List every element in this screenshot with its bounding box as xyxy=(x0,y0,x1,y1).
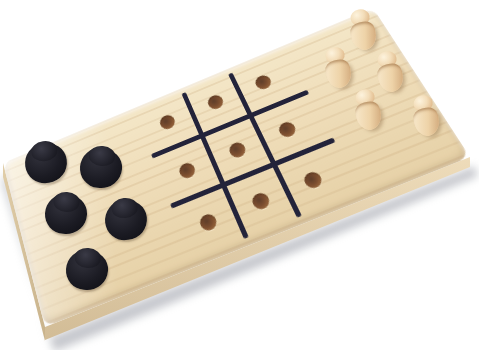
peg-hole xyxy=(198,212,219,233)
peg-hole xyxy=(253,74,273,92)
product-photo-stage xyxy=(0,0,479,350)
peg-hole xyxy=(277,120,298,139)
peg-hole xyxy=(227,140,248,159)
peg-hole xyxy=(302,170,325,191)
peg-body xyxy=(349,20,379,52)
peg-hole xyxy=(158,113,177,131)
peg-hole xyxy=(206,94,225,112)
peg-hole xyxy=(250,191,272,212)
peg-body xyxy=(412,106,442,138)
peg-body xyxy=(324,58,354,90)
peg-body xyxy=(376,62,406,94)
peg-hole xyxy=(178,161,198,180)
peg-body xyxy=(354,100,384,132)
